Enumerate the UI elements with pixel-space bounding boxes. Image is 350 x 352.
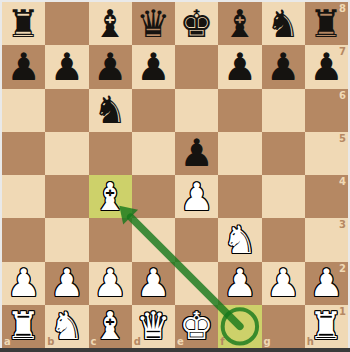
square-b5[interactable] xyxy=(45,132,88,175)
square-h2[interactable]: ♟2 xyxy=(305,262,348,305)
piece-black-pawn[interactable]: ♟ xyxy=(93,48,127,86)
square-h8[interactable]: ♜8 xyxy=(305,2,348,45)
square-g2[interactable]: ♟ xyxy=(262,262,305,305)
piece-black-rook[interactable]: ♜ xyxy=(309,5,343,43)
piece-white-queen[interactable]: ♛ xyxy=(136,307,170,345)
chessboard: ♜♝♛♚♝♞♜8♟♟♟♟♟♟♟7♞6♟5♝♟4♞3♟♟♟♟♟♟♟2♜a♞b♝c♛… xyxy=(2,2,348,348)
piece-white-pawn[interactable]: ♟ xyxy=(180,178,214,216)
piece-black-bishop[interactable]: ♝ xyxy=(223,5,257,43)
square-h3[interactable]: 3 xyxy=(305,218,348,261)
square-c3[interactable] xyxy=(89,218,132,261)
square-e2[interactable] xyxy=(175,262,218,305)
rank-label-3: 3 xyxy=(339,219,346,230)
piece-white-rook[interactable]: ♜ xyxy=(7,307,41,345)
square-c1[interactable]: ♝c xyxy=(89,305,132,348)
piece-white-pawn[interactable]: ♟ xyxy=(136,264,170,302)
square-e5[interactable]: ♟ xyxy=(175,132,218,175)
rank-label-4: 4 xyxy=(339,176,346,187)
square-h1[interactable]: ♜1h xyxy=(305,305,348,348)
square-d3[interactable] xyxy=(132,218,175,261)
square-e7[interactable] xyxy=(175,45,218,88)
square-f8[interactable]: ♝ xyxy=(218,2,261,45)
square-d4[interactable] xyxy=(132,175,175,218)
square-g3[interactable] xyxy=(262,218,305,261)
square-d2[interactable]: ♟ xyxy=(132,262,175,305)
square-a4[interactable] xyxy=(2,175,45,218)
square-e8[interactable]: ♚ xyxy=(175,2,218,45)
piece-white-pawn[interactable]: ♟ xyxy=(223,264,257,302)
square-b8[interactable] xyxy=(45,2,88,45)
piece-black-pawn[interactable]: ♟ xyxy=(136,48,170,86)
piece-black-pawn[interactable]: ♟ xyxy=(180,134,214,172)
square-f1[interactable]: f xyxy=(218,305,261,348)
square-h5[interactable]: 5 xyxy=(305,132,348,175)
piece-white-bishop[interactable]: ♝ xyxy=(93,307,127,345)
square-c8[interactable]: ♝ xyxy=(89,2,132,45)
piece-black-pawn[interactable]: ♟ xyxy=(7,48,41,86)
square-a2[interactable]: ♟ xyxy=(2,262,45,305)
square-d5[interactable] xyxy=(132,132,175,175)
square-a6[interactable] xyxy=(2,89,45,132)
rank-label-6: 6 xyxy=(339,90,346,101)
piece-white-pawn[interactable]: ♟ xyxy=(50,264,84,302)
piece-white-pawn[interactable]: ♟ xyxy=(309,264,343,302)
square-h6[interactable]: 6 xyxy=(305,89,348,132)
square-e1[interactable]: ♚e xyxy=(175,305,218,348)
piece-white-knight[interactable]: ♞ xyxy=(223,221,257,259)
file-label-f: f xyxy=(220,336,224,347)
piece-white-king[interactable]: ♚ xyxy=(180,307,214,345)
piece-black-pawn[interactable]: ♟ xyxy=(223,48,257,86)
square-g5[interactable] xyxy=(262,132,305,175)
square-f6[interactable] xyxy=(218,89,261,132)
square-b7[interactable]: ♟ xyxy=(45,45,88,88)
piece-black-pawn[interactable]: ♟ xyxy=(50,48,84,86)
square-a1[interactable]: ♜a xyxy=(2,305,45,348)
square-f3[interactable]: ♞ xyxy=(218,218,261,261)
square-f4[interactable] xyxy=(218,175,261,218)
piece-white-pawn[interactable]: ♟ xyxy=(7,264,41,302)
square-f5[interactable] xyxy=(218,132,261,175)
square-d6[interactable] xyxy=(132,89,175,132)
square-c5[interactable] xyxy=(89,132,132,175)
piece-black-knight[interactable]: ♞ xyxy=(266,5,300,43)
piece-white-knight[interactable]: ♞ xyxy=(50,307,84,345)
square-c7[interactable]: ♟ xyxy=(89,45,132,88)
square-d1[interactable]: ♛d xyxy=(132,305,175,348)
square-a8[interactable]: ♜ xyxy=(2,2,45,45)
square-f2[interactable]: ♟ xyxy=(218,262,261,305)
square-a5[interactable] xyxy=(2,132,45,175)
piece-white-pawn[interactable]: ♟ xyxy=(266,264,300,302)
piece-black-king[interactable]: ♚ xyxy=(180,5,214,43)
piece-black-bishop[interactable]: ♝ xyxy=(93,5,127,43)
square-f7[interactable]: ♟ xyxy=(218,45,261,88)
piece-black-rook[interactable]: ♜ xyxy=(7,5,41,43)
square-b6[interactable] xyxy=(45,89,88,132)
piece-black-pawn[interactable]: ♟ xyxy=(266,48,300,86)
piece-black-queen[interactable]: ♛ xyxy=(136,5,170,43)
chessboard-frame: ♜♝♛♚♝♞♜8♟♟♟♟♟♟♟7♞6♟5♝♟4♞3♟♟♟♟♟♟♟2♜a♞b♝c♛… xyxy=(0,0,350,352)
square-g1[interactable]: g xyxy=(262,305,305,348)
square-b4[interactable] xyxy=(45,175,88,218)
square-e3[interactable] xyxy=(175,218,218,261)
square-a3[interactable] xyxy=(2,218,45,261)
rank-label-5: 5 xyxy=(339,133,346,144)
square-g8[interactable]: ♞ xyxy=(262,2,305,45)
square-c2[interactable]: ♟ xyxy=(89,262,132,305)
square-h7[interactable]: ♟7 xyxy=(305,45,348,88)
bottom-border xyxy=(0,348,350,352)
square-c6[interactable]: ♞ xyxy=(89,89,132,132)
square-g6[interactable] xyxy=(262,89,305,132)
square-b1[interactable]: ♞b xyxy=(45,305,88,348)
piece-white-bishop[interactable]: ♝ xyxy=(93,178,127,216)
square-g4[interactable] xyxy=(262,175,305,218)
square-b2[interactable]: ♟ xyxy=(45,262,88,305)
square-g7[interactable]: ♟ xyxy=(262,45,305,88)
piece-black-knight[interactable]: ♞ xyxy=(93,91,127,129)
square-e4[interactable]: ♟ xyxy=(175,175,218,218)
square-b3[interactable] xyxy=(45,218,88,261)
square-d8[interactable]: ♛ xyxy=(132,2,175,45)
square-c4[interactable]: ♝ xyxy=(89,175,132,218)
piece-white-pawn[interactable]: ♟ xyxy=(93,264,127,302)
piece-black-pawn[interactable]: ♟ xyxy=(309,48,343,86)
file-label-g: g xyxy=(264,336,271,347)
piece-white-rook[interactable]: ♜ xyxy=(309,307,343,345)
square-h4[interactable]: 4 xyxy=(305,175,348,218)
square-d7[interactable]: ♟ xyxy=(132,45,175,88)
square-a7[interactable]: ♟ xyxy=(2,45,45,88)
square-e6[interactable] xyxy=(175,89,218,132)
